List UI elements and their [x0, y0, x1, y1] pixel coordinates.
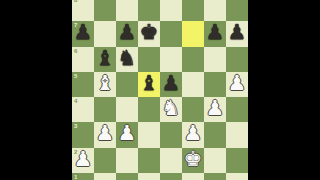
- square-a2[interactable]: 2♟: [72, 148, 94, 173]
- square-h4[interactable]: [226, 97, 248, 122]
- square-d1[interactable]: [138, 173, 160, 180]
- piece-white-bishop[interactable]: ♝: [96, 73, 115, 94]
- square-b5[interactable]: ♝: [94, 72, 116, 97]
- square-a8[interactable]: 8: [72, 0, 94, 21]
- piece-white-pawn[interactable]: ♟: [206, 98, 225, 119]
- square-c7[interactable]: ♟: [116, 21, 138, 46]
- square-d3[interactable]: [138, 122, 160, 147]
- piece-white-pawn[interactable]: ♟: [74, 149, 93, 170]
- square-a7[interactable]: 7♟: [72, 21, 94, 46]
- square-b1[interactable]: [94, 173, 116, 180]
- piece-white-king[interactable]: ♚: [184, 149, 203, 170]
- square-h7[interactable]: ♟: [226, 21, 248, 46]
- piece-black-pawn[interactable]: ♟: [74, 22, 93, 43]
- chess-board: 87♟♟♚♟♟6♝♞5♝♝♟♟4♞♟3♟♟♟2♟♚1: [72, 0, 248, 180]
- square-c2[interactable]: [116, 148, 138, 173]
- square-a1[interactable]: 1: [72, 173, 94, 180]
- rank-label-7: 7: [74, 22, 77, 28]
- square-g7[interactable]: ♟: [204, 21, 226, 46]
- piece-white-pawn[interactable]: ♟: [118, 123, 137, 144]
- rank-label-1: 1: [74, 174, 77, 180]
- rank-label-6: 6: [74, 48, 77, 54]
- square-g5[interactable]: [204, 72, 226, 97]
- piece-black-bishop[interactable]: ♝: [140, 73, 159, 94]
- square-c4[interactable]: [116, 97, 138, 122]
- square-c8[interactable]: [116, 0, 138, 21]
- square-g6[interactable]: [204, 47, 226, 72]
- square-f2[interactable]: ♚: [182, 148, 204, 173]
- rank-label-3: 3: [74, 123, 77, 129]
- square-b6[interactable]: ♝: [94, 47, 116, 72]
- square-d4[interactable]: [138, 97, 160, 122]
- square-f6[interactable]: [182, 47, 204, 72]
- piece-black-pawn[interactable]: ♟: [206, 22, 225, 43]
- square-b2[interactable]: [94, 148, 116, 173]
- square-b7[interactable]: [94, 21, 116, 46]
- square-d5[interactable]: ♝: [138, 72, 160, 97]
- square-f4[interactable]: [182, 97, 204, 122]
- square-h2[interactable]: [226, 148, 248, 173]
- piece-black-king[interactable]: ♚: [140, 22, 159, 43]
- square-b3[interactable]: ♟: [94, 122, 116, 147]
- square-f8[interactable]: [182, 0, 204, 21]
- square-d2[interactable]: [138, 148, 160, 173]
- square-d7[interactable]: ♚: [138, 21, 160, 46]
- piece-white-pawn[interactable]: ♟: [228, 73, 247, 94]
- square-a4[interactable]: 4: [72, 97, 94, 122]
- square-h5[interactable]: ♟: [226, 72, 248, 97]
- square-g3[interactable]: [204, 122, 226, 147]
- square-c5[interactable]: [116, 72, 138, 97]
- piece-black-pawn[interactable]: ♟: [228, 22, 247, 43]
- square-g2[interactable]: [204, 148, 226, 173]
- square-a5[interactable]: 5: [72, 72, 94, 97]
- square-h1[interactable]: [226, 173, 248, 180]
- square-d8[interactable]: [138, 0, 160, 21]
- video-frame: 87♟♟♚♟♟6♝♞5♝♝♟♟4♞♟3♟♟♟2♟♚1: [0, 0, 320, 180]
- square-b8[interactable]: [94, 0, 116, 21]
- square-h8[interactable]: [226, 0, 248, 21]
- rank-label-5: 5: [74, 73, 77, 79]
- square-e1[interactable]: [160, 173, 182, 180]
- square-e6[interactable]: [160, 47, 182, 72]
- piece-black-pawn[interactable]: ♟: [162, 73, 181, 94]
- square-f1[interactable]: [182, 173, 204, 180]
- square-e5[interactable]: ♟: [160, 72, 182, 97]
- square-h6[interactable]: [226, 47, 248, 72]
- rank-label-4: 4: [74, 98, 77, 104]
- square-g4[interactable]: ♟: [204, 97, 226, 122]
- square-e8[interactable]: [160, 0, 182, 21]
- piece-white-knight[interactable]: ♞: [162, 98, 181, 119]
- square-f5[interactable]: [182, 72, 204, 97]
- piece-black-bishop[interactable]: ♝: [96, 48, 115, 69]
- piece-black-pawn[interactable]: ♟: [118, 22, 137, 43]
- piece-black-knight[interactable]: ♞: [118, 48, 137, 69]
- square-f7[interactable]: [182, 21, 204, 46]
- square-a6[interactable]: 6: [72, 47, 94, 72]
- square-e7[interactable]: [160, 21, 182, 46]
- square-e2[interactable]: [160, 148, 182, 173]
- square-a3[interactable]: 3: [72, 122, 94, 147]
- square-e4[interactable]: ♞: [160, 97, 182, 122]
- square-c6[interactable]: ♞: [116, 47, 138, 72]
- square-g8[interactable]: [204, 0, 226, 21]
- square-c1[interactable]: [116, 173, 138, 180]
- square-g1[interactable]: [204, 173, 226, 180]
- square-b4[interactable]: [94, 97, 116, 122]
- square-h3[interactable]: [226, 122, 248, 147]
- rank-label-2: 2: [74, 149, 77, 155]
- square-d6[interactable]: [138, 47, 160, 72]
- square-e3[interactable]: [160, 122, 182, 147]
- rank-label-8: 8: [74, 0, 77, 3]
- square-f3[interactable]: ♟: [182, 122, 204, 147]
- piece-white-pawn[interactable]: ♟: [184, 123, 203, 144]
- square-c3[interactable]: ♟: [116, 122, 138, 147]
- piece-white-pawn[interactable]: ♟: [96, 123, 115, 144]
